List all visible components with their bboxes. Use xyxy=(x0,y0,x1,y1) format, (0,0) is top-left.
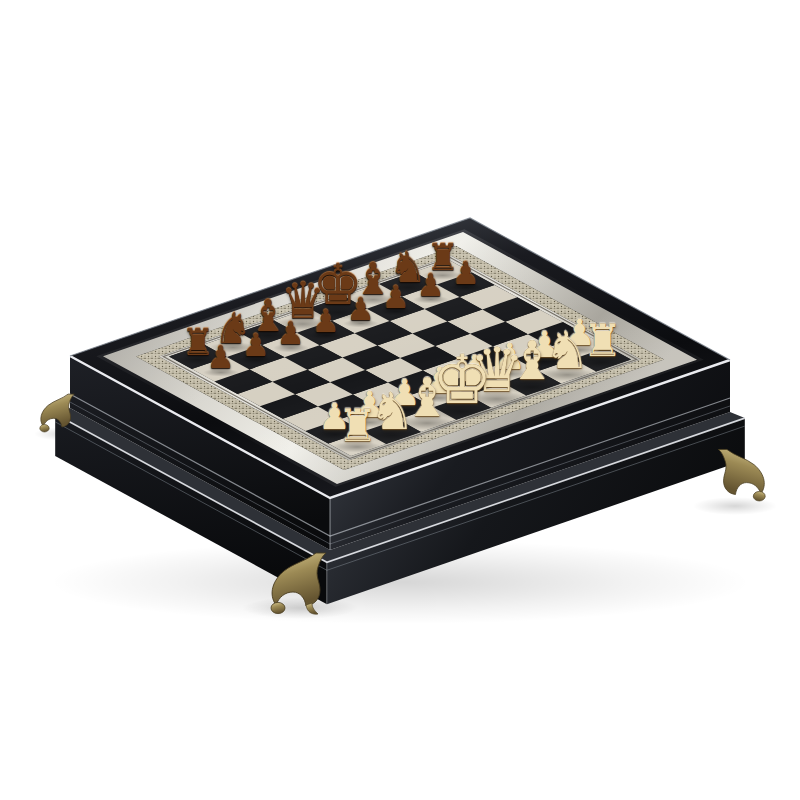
scene-graphic xyxy=(0,0,800,800)
chess-set-product-photo: ♜♞♝♚♛♝♞♜♟♟♟♟♟♟♟♟♟♟♟♟♟♟♟♟♜♞♝♛♚♝♞♜ Chess —… xyxy=(0,0,800,800)
